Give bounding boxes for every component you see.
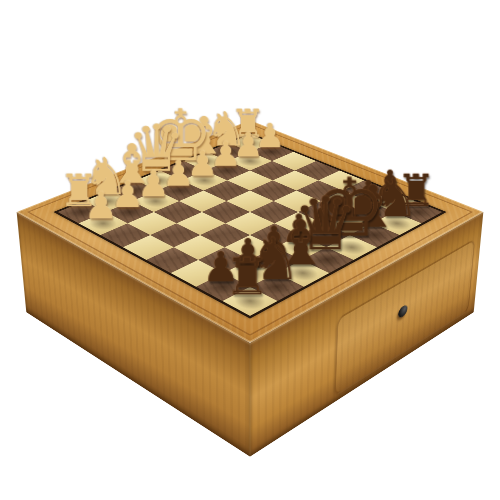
- product-photo: ♜♟♞♟♝♟♚♟♛♟♝♟♟♞♜♟♟♜♞♟♟♝♟♚♟♛♟♝♟♞♟♜: [0, 0, 500, 500]
- drawer-knob: [398, 303, 408, 319]
- white-pawn-icon: ♟: [60, 187, 142, 225]
- black-rook-icon: ♜: [202, 252, 294, 302]
- scene-3d: ♜♟♞♟♝♟♚♟♛♟♝♟♟♞♜♟♟♜♞♟♟♝♟♚♟♛♟♝♟♞♟♜: [0, 0, 500, 500]
- chess-box: ♜♟♞♟♝♟♚♟♛♟♝♟♟♞♜♟♟♜♞♟♟♝♟♚♟♛♟♝♟♞♟♜: [17, 120, 484, 343]
